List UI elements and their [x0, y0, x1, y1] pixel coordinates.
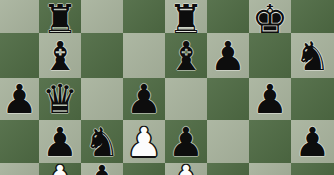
- square-f7[interactable]: ♟: [207, 33, 249, 78]
- board-diagram: ♜♜♚♝♝♟♞♟♛♟♟♟♞♟♟♟♟♟♟: [0, 0, 334, 175]
- piece-black-pawn: ♟: [126, 79, 162, 119]
- square-a6[interactable]: ♟: [0, 78, 39, 120]
- piece-black-queen: ♛: [42, 79, 78, 119]
- piece-black-rook: ♜: [168, 0, 204, 33]
- square-b7[interactable]: ♝: [39, 33, 81, 78]
- piece-white-pawn: ♟: [42, 163, 78, 175]
- square-c8[interactable]: [81, 0, 123, 33]
- square-e6[interactable]: [165, 78, 207, 120]
- square-a7[interactable]: [0, 33, 39, 78]
- piece-black-pawn: ♟: [295, 122, 331, 162]
- piece-black-knight: ♞: [295, 36, 331, 76]
- square-g7[interactable]: [249, 33, 291, 78]
- square-b8[interactable]: ♜: [39, 0, 81, 33]
- square-g6[interactable]: ♟: [249, 78, 291, 120]
- square-h4[interactable]: [291, 163, 334, 175]
- square-b5[interactable]: ♟: [39, 120, 81, 163]
- square-c5[interactable]: ♞: [81, 120, 123, 163]
- square-d7[interactable]: [123, 33, 165, 78]
- square-g5[interactable]: [249, 120, 291, 163]
- square-h7[interactable]: ♞: [291, 33, 334, 78]
- piece-white-pawn: ♟: [126, 122, 162, 162]
- piece-black-bishop: ♝: [168, 36, 204, 76]
- piece-black-bishop: ♝: [42, 36, 78, 76]
- square-b4[interactable]: ♟: [39, 163, 81, 175]
- square-d8[interactable]: [123, 0, 165, 33]
- square-f4[interactable]: [207, 163, 249, 175]
- piece-black-pawn: ♟: [42, 122, 78, 162]
- square-g4[interactable]: [249, 163, 291, 175]
- piece-black-pawn: ♟: [84, 163, 120, 175]
- square-h8[interactable]: [291, 0, 334, 33]
- piece-black-pawn: ♟: [2, 79, 38, 119]
- square-f8[interactable]: [207, 0, 249, 33]
- square-e7[interactable]: ♝: [165, 33, 207, 78]
- square-f5[interactable]: [207, 120, 249, 163]
- square-d4[interactable]: [123, 163, 165, 175]
- square-e8[interactable]: ♜: [165, 0, 207, 33]
- piece-white-pawn: ♟: [168, 163, 204, 175]
- square-e5[interactable]: ♟: [165, 120, 207, 163]
- square-d6[interactable]: ♟: [123, 78, 165, 120]
- piece-black-king: ♚: [252, 0, 288, 33]
- piece-black-pawn: ♟: [252, 79, 288, 119]
- square-a8[interactable]: [0, 0, 39, 33]
- square-c6[interactable]: [81, 78, 123, 120]
- square-h5[interactable]: ♟: [291, 120, 334, 163]
- piece-black-knight: ♞: [84, 122, 120, 162]
- square-c4[interactable]: ♟: [81, 163, 123, 175]
- square-a5[interactable]: [0, 120, 39, 163]
- square-g8[interactable]: ♚: [249, 0, 291, 33]
- piece-black-pawn: ♟: [210, 36, 246, 76]
- square-c7[interactable]: [81, 33, 123, 78]
- square-d5[interactable]: ♟: [123, 120, 165, 163]
- piece-black-rook: ♜: [42, 0, 78, 33]
- piece-black-pawn: ♟: [168, 122, 204, 162]
- square-b6[interactable]: ♛: [39, 78, 81, 120]
- square-f6[interactable]: [207, 78, 249, 120]
- square-h6[interactable]: [291, 78, 334, 120]
- square-a4[interactable]: [0, 163, 39, 175]
- chess-board: ♜♜♚♝♝♟♞♟♛♟♟♟♞♟♟♟♟♟♟: [0, 0, 334, 175]
- square-e4[interactable]: ♟: [165, 163, 207, 175]
